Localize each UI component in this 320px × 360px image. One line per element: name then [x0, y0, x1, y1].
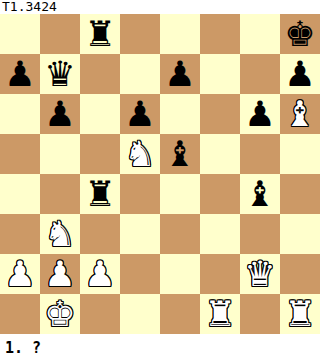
square-h6[interactable]: ♝	[280, 94, 320, 134]
square-e6[interactable]	[160, 94, 200, 134]
square-g4[interactable]: ♝	[240, 174, 280, 214]
square-d4[interactable]	[120, 174, 160, 214]
square-e7[interactable]: ♟	[160, 54, 200, 94]
square-g7[interactable]	[240, 54, 280, 94]
piece-white-rook-h1[interactable]: ♜	[284, 294, 315, 334]
square-a3[interactable]	[0, 214, 40, 254]
square-e1[interactable]	[160, 294, 200, 334]
square-d1[interactable]	[120, 294, 160, 334]
piece-black-rook-c4[interactable]: ♜	[84, 174, 115, 214]
square-f7[interactable]	[200, 54, 240, 94]
square-h3[interactable]	[280, 214, 320, 254]
square-f3[interactable]	[200, 214, 240, 254]
square-c6[interactable]	[80, 94, 120, 134]
square-a8[interactable]	[0, 14, 40, 54]
piece-black-king-h8[interactable]: ♚	[284, 14, 315, 54]
square-f2[interactable]	[200, 254, 240, 294]
square-g2[interactable]: ♛	[240, 254, 280, 294]
square-f1[interactable]: ♜	[200, 294, 240, 334]
square-a7[interactable]: ♟	[0, 54, 40, 94]
piece-black-pawn-b6[interactable]: ♟	[44, 94, 75, 134]
square-d2[interactable]	[120, 254, 160, 294]
square-g1[interactable]	[240, 294, 280, 334]
square-b8[interactable]	[40, 14, 80, 54]
square-a5[interactable]	[0, 134, 40, 174]
square-b1[interactable]: ♚	[40, 294, 80, 334]
square-c3[interactable]	[80, 214, 120, 254]
square-h8[interactable]: ♚	[280, 14, 320, 54]
square-c7[interactable]	[80, 54, 120, 94]
piece-black-queen-b7[interactable]: ♛	[44, 54, 75, 94]
square-b7[interactable]: ♛	[40, 54, 80, 94]
square-c2[interactable]: ♟	[80, 254, 120, 294]
square-c1[interactable]	[80, 294, 120, 334]
square-b2[interactable]: ♟	[40, 254, 80, 294]
square-c4[interactable]: ♜	[80, 174, 120, 214]
square-c8[interactable]: ♜	[80, 14, 120, 54]
square-h4[interactable]	[280, 174, 320, 214]
piece-white-pawn-a2[interactable]: ♟	[4, 254, 35, 294]
piece-white-pawn-b2[interactable]: ♟	[44, 254, 75, 294]
square-d3[interactable]	[120, 214, 160, 254]
square-c5[interactable]	[80, 134, 120, 174]
square-g8[interactable]	[240, 14, 280, 54]
square-e2[interactable]	[160, 254, 200, 294]
piece-black-pawn-g6[interactable]: ♟	[244, 94, 275, 134]
square-h5[interactable]	[280, 134, 320, 174]
piece-white-queen-g2[interactable]: ♛	[244, 254, 275, 294]
move-prompt: 1. ?	[0, 339, 320, 357]
square-b5[interactable]	[40, 134, 80, 174]
piece-black-pawn-h7[interactable]: ♟	[284, 54, 315, 94]
square-h2[interactable]	[280, 254, 320, 294]
square-g3[interactable]	[240, 214, 280, 254]
square-g5[interactable]	[240, 134, 280, 174]
square-h1[interactable]: ♜	[280, 294, 320, 334]
square-e8[interactable]	[160, 14, 200, 54]
square-a1[interactable]	[0, 294, 40, 334]
square-f4[interactable]	[200, 174, 240, 214]
piece-white-king-b1[interactable]: ♚	[44, 294, 75, 334]
piece-black-rook-c8[interactable]: ♜	[84, 14, 115, 54]
piece-white-knight-b3[interactable]: ♞	[44, 214, 75, 254]
square-f6[interactable]	[200, 94, 240, 134]
square-e4[interactable]	[160, 174, 200, 214]
square-d6[interactable]: ♟	[120, 94, 160, 134]
square-b3[interactable]: ♞	[40, 214, 80, 254]
square-f5[interactable]	[200, 134, 240, 174]
square-b4[interactable]	[40, 174, 80, 214]
square-e3[interactable]	[160, 214, 200, 254]
piece-white-rook-f1[interactable]: ♜	[204, 294, 235, 334]
square-a6[interactable]	[0, 94, 40, 134]
square-d7[interactable]	[120, 54, 160, 94]
piece-black-pawn-e7[interactable]: ♟	[164, 54, 195, 94]
piece-black-bishop-g4[interactable]: ♝	[244, 174, 275, 214]
puzzle-title: T1.3424	[0, 0, 320, 14]
square-a4[interactable]	[0, 174, 40, 214]
square-d5[interactable]: ♞	[120, 134, 160, 174]
square-d8[interactable]	[120, 14, 160, 54]
square-f8[interactable]	[200, 14, 240, 54]
piece-white-knight-d5[interactable]: ♞	[124, 134, 155, 174]
square-a2[interactable]: ♟	[0, 254, 40, 294]
square-e5[interactable]: ♝	[160, 134, 200, 174]
piece-black-pawn-a7[interactable]: ♟	[4, 54, 35, 94]
square-h7[interactable]: ♟	[280, 54, 320, 94]
square-g6[interactable]: ♟	[240, 94, 280, 134]
chess-board: ♜♚♟♛♟♟♟♟♟♝♞♝♜♝♞♟♟♟♛♚♜♜	[0, 14, 320, 334]
piece-black-pawn-d6[interactable]: ♟	[124, 94, 155, 134]
piece-black-bishop-e5[interactable]: ♝	[164, 134, 195, 174]
piece-white-bishop-h6[interactable]: ♝	[284, 94, 315, 134]
piece-white-pawn-c2[interactable]: ♟	[84, 254, 115, 294]
square-b6[interactable]: ♟	[40, 94, 80, 134]
